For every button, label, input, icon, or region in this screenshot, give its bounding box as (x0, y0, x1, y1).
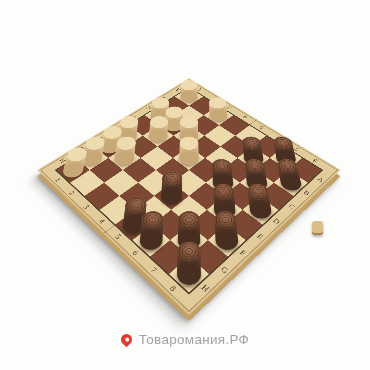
map-pin-icon (119, 332, 135, 348)
box-latch (312, 221, 323, 235)
checkers-board: 12345678 12345678 ABCDEFGH ABCDEFGH (38, 78, 341, 315)
watermark: Товаромания.РФ (0, 332, 370, 347)
watermark-text: Товаромания.РФ (139, 332, 249, 347)
product-photo: 12345678 12345678 ABCDEFGH ABCDEFGH Това… (0, 0, 370, 370)
